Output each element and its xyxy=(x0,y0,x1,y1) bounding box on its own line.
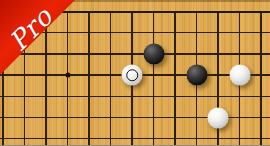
white-stone-g16: ○ xyxy=(122,65,143,86)
star-point-d16 xyxy=(65,73,70,78)
white-stone-glyph: ○ xyxy=(235,67,245,83)
black-stone-k16: ● xyxy=(186,65,207,86)
grid-line-horizontal xyxy=(0,96,270,97)
grid-line-horizontal xyxy=(0,117,270,118)
go-app-screen: ●●○○○ Pro xyxy=(0,0,270,145)
grid-line-vertical xyxy=(110,12,111,146)
grid-line-vertical xyxy=(45,12,46,146)
grid-line-horizontal xyxy=(0,138,270,139)
grid-line-vertical xyxy=(67,12,68,146)
white-stone-glyph: ○ xyxy=(213,110,223,126)
white-stone-l14: ○ xyxy=(208,107,229,128)
grid-line-vertical xyxy=(153,12,154,146)
white-stone-m16: ○ xyxy=(229,65,250,86)
black-stone-glyph: ● xyxy=(149,46,159,62)
grid-line-vertical xyxy=(260,12,261,146)
black-stone-glyph: ● xyxy=(192,67,202,83)
black-stone-h17: ● xyxy=(143,43,164,64)
grid-line-vertical xyxy=(88,12,89,146)
last-move-marker xyxy=(126,69,139,82)
grid-line-vertical xyxy=(174,12,175,146)
grid-line-horizontal xyxy=(0,53,270,54)
